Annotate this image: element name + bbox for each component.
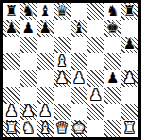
square-f4[interactable] bbox=[87, 70, 104, 87]
black-pawn-icon: ♟ bbox=[123, 37, 136, 52]
square-b8[interactable]: ♞ bbox=[20, 3, 37, 20]
square-e5[interactable] bbox=[71, 53, 88, 70]
square-c1[interactable]: ♝ bbox=[37, 120, 54, 137]
white-king-icon: ♚ bbox=[72, 121, 85, 136]
square-c5[interactable] bbox=[37, 53, 54, 70]
square-f8[interactable] bbox=[87, 3, 104, 20]
square-h2[interactable] bbox=[121, 104, 138, 121]
black-pawn-icon: ♟ bbox=[106, 71, 119, 86]
square-e4[interactable]: ♟ bbox=[71, 70, 88, 87]
square-a8[interactable]: ♜ bbox=[3, 3, 20, 20]
square-g4[interactable]: ♟ bbox=[104, 70, 121, 87]
black-knight-icon: ♞ bbox=[22, 4, 35, 19]
white-bishop-icon: ♝ bbox=[38, 121, 51, 136]
square-d5[interactable]: ♝ bbox=[54, 53, 71, 70]
square-g8[interactable]: ♞ bbox=[104, 3, 121, 20]
square-c8[interactable]: ♝ bbox=[37, 3, 54, 20]
square-e7[interactable]: ♝ bbox=[71, 20, 88, 37]
square-f7[interactable] bbox=[87, 20, 104, 37]
square-a4[interactable] bbox=[3, 70, 20, 87]
white-pawn-icon: ♟ bbox=[22, 104, 35, 119]
square-d2[interactable] bbox=[54, 104, 71, 121]
square-h6[interactable]: ♟ bbox=[121, 37, 138, 54]
square-c2[interactable]: ♟ bbox=[37, 104, 54, 121]
square-f2[interactable] bbox=[87, 104, 104, 121]
square-e3[interactable] bbox=[71, 87, 88, 104]
square-b3[interactable] bbox=[20, 87, 37, 104]
square-b1[interactable]: ♞ bbox=[20, 120, 37, 137]
black-pawn-icon: ♟ bbox=[38, 21, 51, 36]
white-rook-icon: ♜ bbox=[123, 121, 136, 136]
black-pawn-icon: ♟ bbox=[22, 21, 35, 36]
square-b4[interactable] bbox=[20, 70, 37, 87]
square-h5[interactable] bbox=[121, 53, 138, 70]
white-pawn-icon: ♟ bbox=[5, 104, 18, 119]
square-h7[interactable] bbox=[121, 20, 138, 37]
square-f3[interactable]: ♟ bbox=[87, 87, 104, 104]
white-knight-icon: ♞ bbox=[22, 121, 35, 136]
square-b6[interactable] bbox=[20, 37, 37, 54]
square-e8[interactable] bbox=[71, 3, 88, 20]
square-g2[interactable] bbox=[104, 104, 121, 121]
square-c3[interactable] bbox=[37, 87, 54, 104]
square-d3[interactable] bbox=[54, 87, 71, 104]
square-a7[interactable]: ♟ bbox=[3, 20, 20, 37]
square-c7[interactable]: ♟ bbox=[37, 20, 54, 37]
square-g3[interactable] bbox=[104, 87, 121, 104]
square-e2[interactable] bbox=[71, 104, 88, 121]
square-a2[interactable]: ♟ bbox=[3, 104, 20, 121]
square-g6[interactable] bbox=[104, 37, 121, 54]
white-rook-icon: ♜ bbox=[5, 121, 18, 136]
white-bishop-icon: ♝ bbox=[55, 54, 68, 69]
square-e1[interactable]: ♚ bbox=[71, 120, 88, 137]
white-pawn-icon: ♟ bbox=[55, 71, 68, 86]
black-pawn-icon: ♟ bbox=[5, 21, 18, 36]
white-pawn-icon: ♟ bbox=[89, 88, 102, 103]
black-rook-icon: ♜ bbox=[5, 4, 18, 19]
black-knight-icon: ♞ bbox=[106, 4, 119, 19]
square-d6[interactable] bbox=[54, 37, 71, 54]
square-g1[interactable] bbox=[104, 120, 121, 137]
square-f5[interactable] bbox=[87, 53, 104, 70]
white-pawn-icon: ♟ bbox=[38, 104, 51, 119]
square-b7[interactable]: ♟ bbox=[20, 20, 37, 37]
square-h3[interactable] bbox=[121, 87, 138, 104]
white-pawn-icon: ♟ bbox=[72, 71, 85, 86]
square-h1[interactable]: ♜ bbox=[121, 120, 138, 137]
square-f6[interactable] bbox=[87, 37, 104, 54]
square-c6[interactable] bbox=[37, 37, 54, 54]
square-g5[interactable] bbox=[104, 53, 121, 70]
square-b2[interactable]: ♟ bbox=[20, 104, 37, 121]
black-rook-icon: ♜ bbox=[123, 4, 136, 19]
square-d8[interactable]: ♛ bbox=[54, 3, 71, 20]
square-a1[interactable]: ♜ bbox=[3, 120, 20, 137]
square-d1[interactable]: ♛ bbox=[54, 120, 71, 137]
square-a6[interactable] bbox=[3, 37, 20, 54]
chess-board: ♜♞♝♛♞♜♟♟♟♝♚♟♝♟♟♟♟♟♟♟♟♜♞♝♛♚♜ bbox=[0, 0, 141, 140]
square-e6[interactable] bbox=[71, 37, 88, 54]
black-queen-icon: ♛ bbox=[55, 4, 68, 19]
square-h8[interactable]: ♜ bbox=[121, 3, 138, 20]
square-a5[interactable] bbox=[3, 53, 20, 70]
black-bishop-icon: ♝ bbox=[72, 21, 85, 36]
square-b5[interactable] bbox=[20, 53, 37, 70]
black-bishop-icon: ♝ bbox=[38, 4, 51, 19]
square-c4[interactable] bbox=[37, 70, 54, 87]
square-d4[interactable]: ♟ bbox=[54, 70, 71, 87]
square-a3[interactable] bbox=[3, 87, 20, 104]
square-f1[interactable] bbox=[87, 120, 104, 137]
white-queen-icon: ♛ bbox=[55, 121, 68, 136]
square-h4[interactable]: ♟ bbox=[121, 70, 138, 87]
square-d7[interactable] bbox=[54, 20, 71, 37]
white-pawn-icon: ♟ bbox=[123, 71, 136, 86]
square-g7[interactable]: ♚ bbox=[104, 20, 121, 37]
black-king-icon: ♚ bbox=[106, 21, 119, 36]
